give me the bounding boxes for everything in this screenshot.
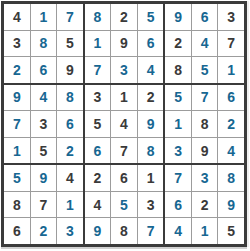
sudoku-cell-r4c5[interactable]: 1: [111, 85, 137, 111]
sudoku-cell-r2c2[interactable]: 8: [31, 31, 57, 57]
sudoku-cell-r6c1[interactable]: 1: [4, 138, 30, 164]
sudoku-cell-r9c8[interactable]: 1: [192, 218, 218, 244]
sudoku-cell-r8c4[interactable]: 4: [85, 192, 111, 218]
sudoku-cell-r3c7[interactable]: 8: [165, 57, 191, 83]
sudoku-cell-r9c5[interactable]: 8: [111, 218, 137, 244]
sudoku-cell-r6c5[interactable]: 7: [111, 138, 137, 164]
sudoku-cell-r3c3[interactable]: 9: [57, 57, 83, 83]
sudoku-cell-r8c5[interactable]: 5: [111, 192, 137, 218]
sudoku-cell-r7c5[interactable]: 6: [111, 165, 137, 191]
sudoku-cell-r5c6[interactable]: 9: [138, 111, 164, 137]
sudoku-cell-r5c3[interactable]: 6: [57, 111, 83, 137]
sudoku-cell-r4c2[interactable]: 4: [31, 85, 57, 111]
sudoku-cell-r9c3[interactable]: 3: [57, 218, 83, 244]
sudoku-cell-r1c7[interactable]: 9: [165, 4, 191, 30]
sudoku-cell-r4c8[interactable]: 7: [192, 85, 218, 111]
sudoku-cell-r4c9[interactable]: 6: [218, 85, 244, 111]
sudoku-cell-r4c1[interactable]: 9: [4, 85, 30, 111]
sudoku-cell-r4c6[interactable]: 2: [138, 85, 164, 111]
sudoku-cell-r6c6[interactable]: 8: [138, 138, 164, 164]
sudoku-box-8: 738629415: [164, 164, 245, 245]
sudoku-box-5: 576182394: [164, 84, 245, 165]
sudoku-box-7: 261453987: [84, 164, 165, 245]
sudoku-cell-r7c8[interactable]: 3: [192, 165, 218, 191]
sudoku-cell-r3c4[interactable]: 7: [85, 57, 111, 83]
sudoku-cell-r3c1[interactable]: 2: [4, 57, 30, 83]
sudoku-cell-r5c2[interactable]: 3: [31, 111, 57, 137]
sudoku-cell-r7c6[interactable]: 1: [138, 165, 164, 191]
sudoku-box-3: 948736152: [3, 84, 84, 165]
sudoku-cell-r6c2[interactable]: 5: [31, 138, 57, 164]
sudoku-cell-r7c1[interactable]: 5: [4, 165, 30, 191]
sudoku-cell-r1c9[interactable]: 3: [218, 4, 244, 30]
sudoku-cell-r6c4[interactable]: 6: [85, 138, 111, 164]
sudoku-cell-r5c1[interactable]: 7: [4, 111, 30, 137]
sudoku-cell-r5c5[interactable]: 4: [111, 111, 137, 137]
sudoku-cell-r8c3[interactable]: 1: [57, 192, 83, 218]
sudoku-cell-r9c7[interactable]: 4: [165, 218, 191, 244]
sudoku-cell-r1c4[interactable]: 8: [85, 4, 111, 30]
sudoku-cell-r5c7[interactable]: 1: [165, 111, 191, 137]
sudoku-cell-r1c2[interactable]: 1: [31, 4, 57, 30]
sudoku-cell-r1c1[interactable]: 4: [4, 4, 30, 30]
sudoku-cell-r1c3[interactable]: 7: [57, 4, 83, 30]
sudoku-cell-r7c9[interactable]: 8: [218, 165, 244, 191]
sudoku-cell-r3c5[interactable]: 3: [111, 57, 137, 83]
sudoku-cell-r5c8[interactable]: 8: [192, 111, 218, 137]
sudoku-cell-r6c7[interactable]: 3: [165, 138, 191, 164]
sudoku-cell-r4c3[interactable]: 8: [57, 85, 83, 111]
sudoku-cell-r8c8[interactable]: 2: [192, 192, 218, 218]
sudoku-box-6: 594871623: [3, 164, 84, 245]
sudoku-cell-r1c8[interactable]: 6: [192, 4, 218, 30]
sudoku-cell-r3c6[interactable]: 4: [138, 57, 164, 83]
sudoku-cell-r3c2[interactable]: 6: [31, 57, 57, 83]
sudoku-cell-r6c9[interactable]: 4: [218, 138, 244, 164]
sudoku-cell-r9c1[interactable]: 6: [4, 218, 30, 244]
sudoku-cell-r1c5[interactable]: 2: [111, 4, 137, 30]
sudoku-box-2: 963247851: [164, 3, 245, 84]
sudoku-cell-r7c3[interactable]: 4: [57, 165, 83, 191]
sudoku-cell-r2c6[interactable]: 6: [138, 31, 164, 57]
sudoku-cell-r9c9[interactable]: 5: [218, 218, 244, 244]
sudoku-cell-r2c5[interactable]: 9: [111, 31, 137, 57]
sudoku-cell-r8c1[interactable]: 8: [4, 192, 30, 218]
sudoku-cell-r9c2[interactable]: 2: [31, 218, 57, 244]
sudoku-cell-r4c7[interactable]: 5: [165, 85, 191, 111]
sudoku-cell-r2c1[interactable]: 3: [4, 31, 30, 57]
sudoku-board: 4173852698251967349632478519487361523125…: [1, 1, 247, 247]
sudoku-cell-r2c9[interactable]: 7: [218, 31, 244, 57]
sudoku-cell-r9c4[interactable]: 9: [85, 218, 111, 244]
sudoku-cell-r8c9[interactable]: 9: [218, 192, 244, 218]
sudoku-cell-r8c7[interactable]: 6: [165, 192, 191, 218]
sudoku-cell-r9c6[interactable]: 7: [138, 218, 164, 244]
sudoku-box-1: 825196734: [84, 3, 165, 84]
sudoku-cell-r2c8[interactable]: 4: [192, 31, 218, 57]
sudoku-cell-r3c8[interactable]: 5: [192, 57, 218, 83]
sudoku-cell-r2c3[interactable]: 5: [57, 31, 83, 57]
sudoku-cell-r4c4[interactable]: 3: [85, 85, 111, 111]
sudoku-cell-r8c6[interactable]: 3: [138, 192, 164, 218]
sudoku-cell-r8c2[interactable]: 7: [31, 192, 57, 218]
sudoku-cell-r2c7[interactable]: 2: [165, 31, 191, 57]
sudoku-cell-r2c4[interactable]: 1: [85, 31, 111, 57]
sudoku-cell-r6c8[interactable]: 9: [192, 138, 218, 164]
sudoku-cell-r7c2[interactable]: 9: [31, 165, 57, 191]
sudoku-cell-r5c4[interactable]: 5: [85, 111, 111, 137]
sudoku-box-4: 312549678: [84, 84, 165, 165]
sudoku-box-0: 417385269: [3, 3, 84, 84]
sudoku-cell-r1c6[interactable]: 5: [138, 4, 164, 30]
sudoku-cell-r7c4[interactable]: 2: [85, 165, 111, 191]
sudoku-cell-r6c3[interactable]: 2: [57, 138, 83, 164]
sudoku-cell-r7c7[interactable]: 7: [165, 165, 191, 191]
sudoku-cell-r5c9[interactable]: 2: [218, 111, 244, 137]
sudoku-cell-r3c9[interactable]: 1: [218, 57, 244, 83]
